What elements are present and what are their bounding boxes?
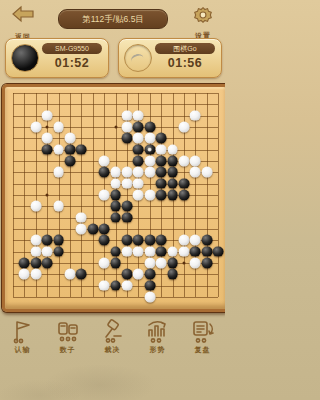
white-stone: [99, 258, 110, 269]
move-status-bar: 第112手/贴6.5目: [58, 9, 168, 29]
adjudicate-label: 裁决: [93, 345, 133, 355]
black-stone: [179, 178, 190, 189]
black-player-name: SM-G9550: [42, 43, 102, 54]
black-stone: [122, 201, 133, 212]
board-grid-line-h: [13, 274, 218, 275]
black-stone: [156, 133, 167, 144]
white-stone: [122, 246, 133, 257]
settings-button[interactable]: 设置: [188, 4, 218, 42]
white-stone: [133, 178, 144, 189]
white-stone: [122, 178, 133, 189]
white-stone: [201, 167, 212, 178]
black-stone: [110, 258, 121, 269]
black-stone: [156, 246, 167, 257]
black-stone: [76, 144, 87, 155]
white-stone: [53, 167, 64, 178]
review-board-icon: [189, 318, 217, 344]
white-stone: [179, 246, 190, 257]
black-stone: [19, 258, 30, 269]
white-stone: [19, 269, 30, 280]
black-stone: [110, 246, 121, 257]
black-stone: [53, 246, 64, 257]
white-player-avatar: [124, 44, 152, 72]
white-stone: [122, 280, 133, 291]
white-player-name: 围棋Go: [155, 43, 215, 54]
white-stone: [144, 258, 155, 269]
black-stone: [144, 269, 155, 280]
board-grid-line-h: [13, 229, 218, 230]
black-stone: [167, 190, 178, 201]
black-stone: [122, 212, 133, 223]
white-stone: [190, 167, 201, 178]
black-stone: [30, 258, 41, 269]
black-stone: [53, 235, 64, 246]
white-stone: [144, 190, 155, 201]
territory-label: 形势: [138, 345, 178, 355]
white-stone: [133, 269, 144, 280]
star-point: [46, 193, 49, 196]
white-stone: [42, 246, 53, 257]
white-stone: [30, 235, 41, 246]
white-stone: [190, 235, 201, 246]
black-stone: [144, 280, 155, 291]
white-stone: [30, 246, 41, 257]
white-stone: [167, 144, 178, 155]
black-stone: [133, 235, 144, 246]
black-stone: [65, 156, 76, 167]
white-stone: [122, 167, 133, 178]
star-point: [46, 125, 49, 128]
white-stone: [122, 122, 133, 133]
white-stone: [133, 133, 144, 144]
white-stone: [53, 144, 64, 155]
white-stone: [76, 212, 87, 223]
black-stone: [65, 144, 76, 155]
black-stone: [122, 133, 133, 144]
white-stone: [156, 258, 167, 269]
star-point: [183, 261, 186, 264]
black-stone: [42, 144, 53, 155]
board-grid-line-h: [13, 297, 218, 298]
white-stone: [144, 167, 155, 178]
black-stone: [167, 167, 178, 178]
black-stone: [42, 235, 53, 246]
white-stone: [144, 156, 155, 167]
black-stone: [213, 246, 224, 257]
black-stone: [190, 246, 201, 257]
black-stone: [179, 190, 190, 201]
white-stone: [30, 269, 41, 280]
black-stone: [167, 178, 178, 189]
black-stone: [133, 144, 144, 155]
header: 返回 第112手/贴6.5目 设置: [0, 0, 225, 36]
black-stone: [110, 190, 121, 201]
white-stone: [99, 280, 110, 291]
last-move-marker: [148, 148, 152, 152]
count-button[interactable]: 数子: [48, 318, 88, 355]
white-player-panel: 围棋Go 01:56: [118, 38, 222, 78]
white-stone: [190, 110, 201, 121]
black-stone: [156, 190, 167, 201]
black-stone: [42, 258, 53, 269]
white-stone: [133, 246, 144, 257]
black-stone: [110, 212, 121, 223]
black-stone: [99, 167, 110, 178]
black-stone: [144, 122, 155, 133]
white-stone: [110, 167, 121, 178]
white-stone: [42, 133, 53, 144]
white-stone: [167, 246, 178, 257]
black-stone: [87, 224, 98, 235]
black-stone: [122, 269, 133, 280]
black-stone: [201, 258, 212, 269]
white-stone: [30, 122, 41, 133]
black-player-avatar: [11, 44, 39, 72]
territory-button[interactable]: 形势: [138, 318, 178, 355]
resign-button[interactable]: 认输: [3, 318, 43, 355]
resign-flag-icon: [9, 318, 37, 344]
white-stone: [99, 156, 110, 167]
go-board[interactable]: [2, 84, 225, 312]
review-label: 复盘: [183, 345, 223, 355]
white-stone: [30, 201, 41, 212]
black-stone: [156, 235, 167, 246]
white-stone: [144, 133, 155, 144]
black-stone: [99, 235, 110, 246]
white-stone: [179, 156, 190, 167]
white-stone: [133, 110, 144, 121]
back-arrow-icon: [8, 5, 38, 25]
white-stone: [133, 167, 144, 178]
count-stones-icon: [54, 318, 82, 344]
white-stone: [65, 133, 76, 144]
black-player-panel: SM-G9550 01:52: [5, 38, 109, 78]
white-stone: [99, 190, 110, 201]
white-stone: [133, 190, 144, 201]
white-stone: [179, 235, 190, 246]
black-stone: [167, 156, 178, 167]
white-stone: [179, 122, 190, 133]
white-stone: [42, 110, 53, 121]
white-stone: [76, 224, 87, 235]
white-stone: [156, 144, 167, 155]
black-stone: [201, 235, 212, 246]
gear-icon: [188, 4, 218, 24]
black-stone: [201, 246, 212, 257]
black-stone: [99, 224, 110, 235]
bottom-toolbar: 认输 数子 裁决 形势: [0, 318, 225, 370]
black-stone: [122, 235, 133, 246]
star-point: [114, 125, 117, 128]
black-stone: [144, 144, 155, 155]
black-stone: [167, 269, 178, 280]
black-stone: [156, 156, 167, 167]
black-stone: [110, 201, 121, 212]
black-stone: [167, 258, 178, 269]
black-stone: [133, 156, 144, 167]
white-stone: [122, 110, 133, 121]
black-stone: [144, 235, 155, 246]
resign-label: 认输: [3, 345, 43, 355]
white-stone: [65, 269, 76, 280]
white-stone: [110, 178, 121, 189]
white-stone: [190, 156, 201, 167]
white-stone: [53, 122, 64, 133]
white-stone: [53, 201, 64, 212]
territory-chart-icon: [144, 318, 172, 344]
adjudicate-button[interactable]: 裁决: [93, 318, 133, 355]
black-stone: [156, 167, 167, 178]
white-stone: [190, 258, 201, 269]
black-player-clock: 01:52: [42, 56, 102, 70]
white-stone: [144, 292, 155, 303]
black-stone: [156, 178, 167, 189]
white-player-clock: 01:56: [155, 56, 215, 70]
white-stone: [144, 246, 155, 257]
gavel-icon: [99, 318, 127, 344]
black-stone: [133, 122, 144, 133]
count-label: 数子: [48, 345, 88, 355]
black-stone: [110, 280, 121, 291]
black-stone: [76, 269, 87, 280]
review-button[interactable]: 复盘: [183, 318, 223, 355]
board-grid-line-v: [218, 93, 219, 297]
